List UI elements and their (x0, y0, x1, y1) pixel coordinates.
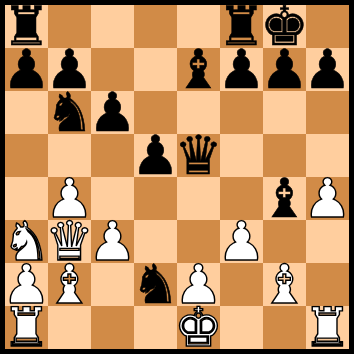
square-e7[interactable]: ♝ (177, 48, 220, 91)
square-e4[interactable] (177, 177, 220, 220)
square-h7[interactable]: ♟ (306, 48, 349, 91)
square-f3[interactable]: ♟ (220, 220, 263, 263)
square-g4[interactable]: ♝ (263, 177, 306, 220)
piece-black-pawn-h7[interactable]: ♟ (306, 48, 349, 91)
square-g6[interactable] (263, 91, 306, 134)
piece-white-pawn-c3[interactable]: ♟ (91, 220, 134, 263)
square-e5[interactable]: ♛ (177, 134, 220, 177)
square-c2[interactable] (91, 263, 134, 306)
square-h1[interactable]: ♜ (306, 306, 349, 349)
piece-black-queen-e5[interactable]: ♛ (177, 134, 220, 177)
piece-white-pawn-f3[interactable]: ♟ (220, 220, 263, 263)
square-c6[interactable]: ♟ (91, 91, 134, 134)
square-g2[interactable]: ♝ (263, 263, 306, 306)
piece-black-pawn-d5[interactable]: ♟ (134, 134, 177, 177)
square-d7[interactable] (134, 48, 177, 91)
square-c8[interactable] (91, 5, 134, 48)
piece-black-pawn-g7[interactable]: ♟ (263, 48, 306, 91)
square-f2[interactable] (220, 263, 263, 306)
piece-white-rook-a1[interactable]: ♜ (5, 306, 48, 349)
piece-white-bishop-b2[interactable]: ♝ (48, 263, 91, 306)
chess-board-frame: ♜♜♚♟♟♝♟♟♟♞♟♟♛♟♝♟♞♛♟♟♟♝♞♟♝♜♚♜ (0, 0, 354, 354)
piece-black-pawn-c6[interactable]: ♟ (91, 91, 134, 134)
square-a6[interactable] (5, 91, 48, 134)
square-h3[interactable] (306, 220, 349, 263)
square-b1[interactable] (48, 306, 91, 349)
square-a7[interactable]: ♟ (5, 48, 48, 91)
piece-black-bishop-e7[interactable]: ♝ (177, 48, 220, 91)
piece-white-pawn-h4[interactable]: ♟ (306, 177, 349, 220)
piece-black-bishop-g4[interactable]: ♝ (263, 177, 306, 220)
square-f5[interactable] (220, 134, 263, 177)
piece-black-knight-b6[interactable]: ♞ (48, 91, 91, 134)
square-a1[interactable]: ♜ (5, 306, 48, 349)
square-d1[interactable] (134, 306, 177, 349)
square-b6[interactable]: ♞ (48, 91, 91, 134)
square-e1[interactable]: ♚ (177, 306, 220, 349)
piece-black-pawn-f7[interactable]: ♟ (220, 48, 263, 91)
square-d8[interactable] (134, 5, 177, 48)
square-g1[interactable] (263, 306, 306, 349)
piece-white-king-e1[interactable]: ♚ (177, 306, 220, 349)
square-f6[interactable] (220, 91, 263, 134)
square-a5[interactable] (5, 134, 48, 177)
square-b2[interactable]: ♝ (48, 263, 91, 306)
square-c5[interactable] (91, 134, 134, 177)
square-h6[interactable] (306, 91, 349, 134)
square-g7[interactable]: ♟ (263, 48, 306, 91)
piece-black-pawn-a7[interactable]: ♟ (5, 48, 48, 91)
chess-board: ♜♜♚♟♟♝♟♟♟♞♟♟♛♟♝♟♞♛♟♟♟♝♞♟♝♜♚♜ (5, 5, 349, 349)
square-h4[interactable]: ♟ (306, 177, 349, 220)
square-c1[interactable] (91, 306, 134, 349)
piece-white-rook-h1[interactable]: ♜ (306, 306, 349, 349)
piece-white-bishop-g2[interactable]: ♝ (263, 263, 306, 306)
square-d2[interactable]: ♞ (134, 263, 177, 306)
square-c3[interactable]: ♟ (91, 220, 134, 263)
square-f1[interactable] (220, 306, 263, 349)
square-d5[interactable]: ♟ (134, 134, 177, 177)
square-d4[interactable] (134, 177, 177, 220)
piece-black-knight-d2[interactable]: ♞ (134, 263, 177, 306)
square-f7[interactable]: ♟ (220, 48, 263, 91)
